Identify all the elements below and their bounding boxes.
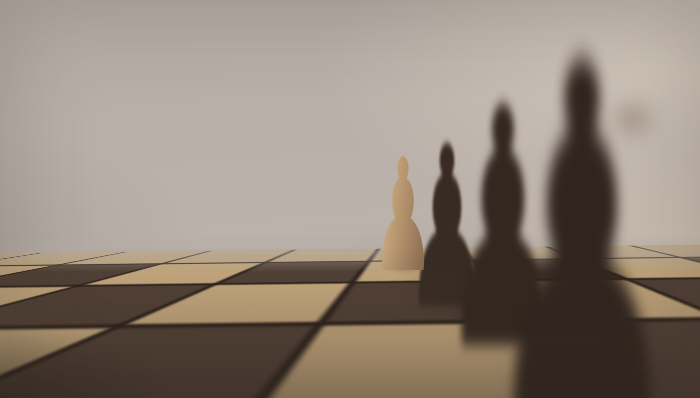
pawn-light-focused: ♟ [372,138,435,294]
pieces-layer: ♟♟♟♟ [0,0,700,398]
pawn-dark-3: ♟ [480,0,684,398]
chess-photo-scene: ♟♟♟♟ [0,0,700,398]
